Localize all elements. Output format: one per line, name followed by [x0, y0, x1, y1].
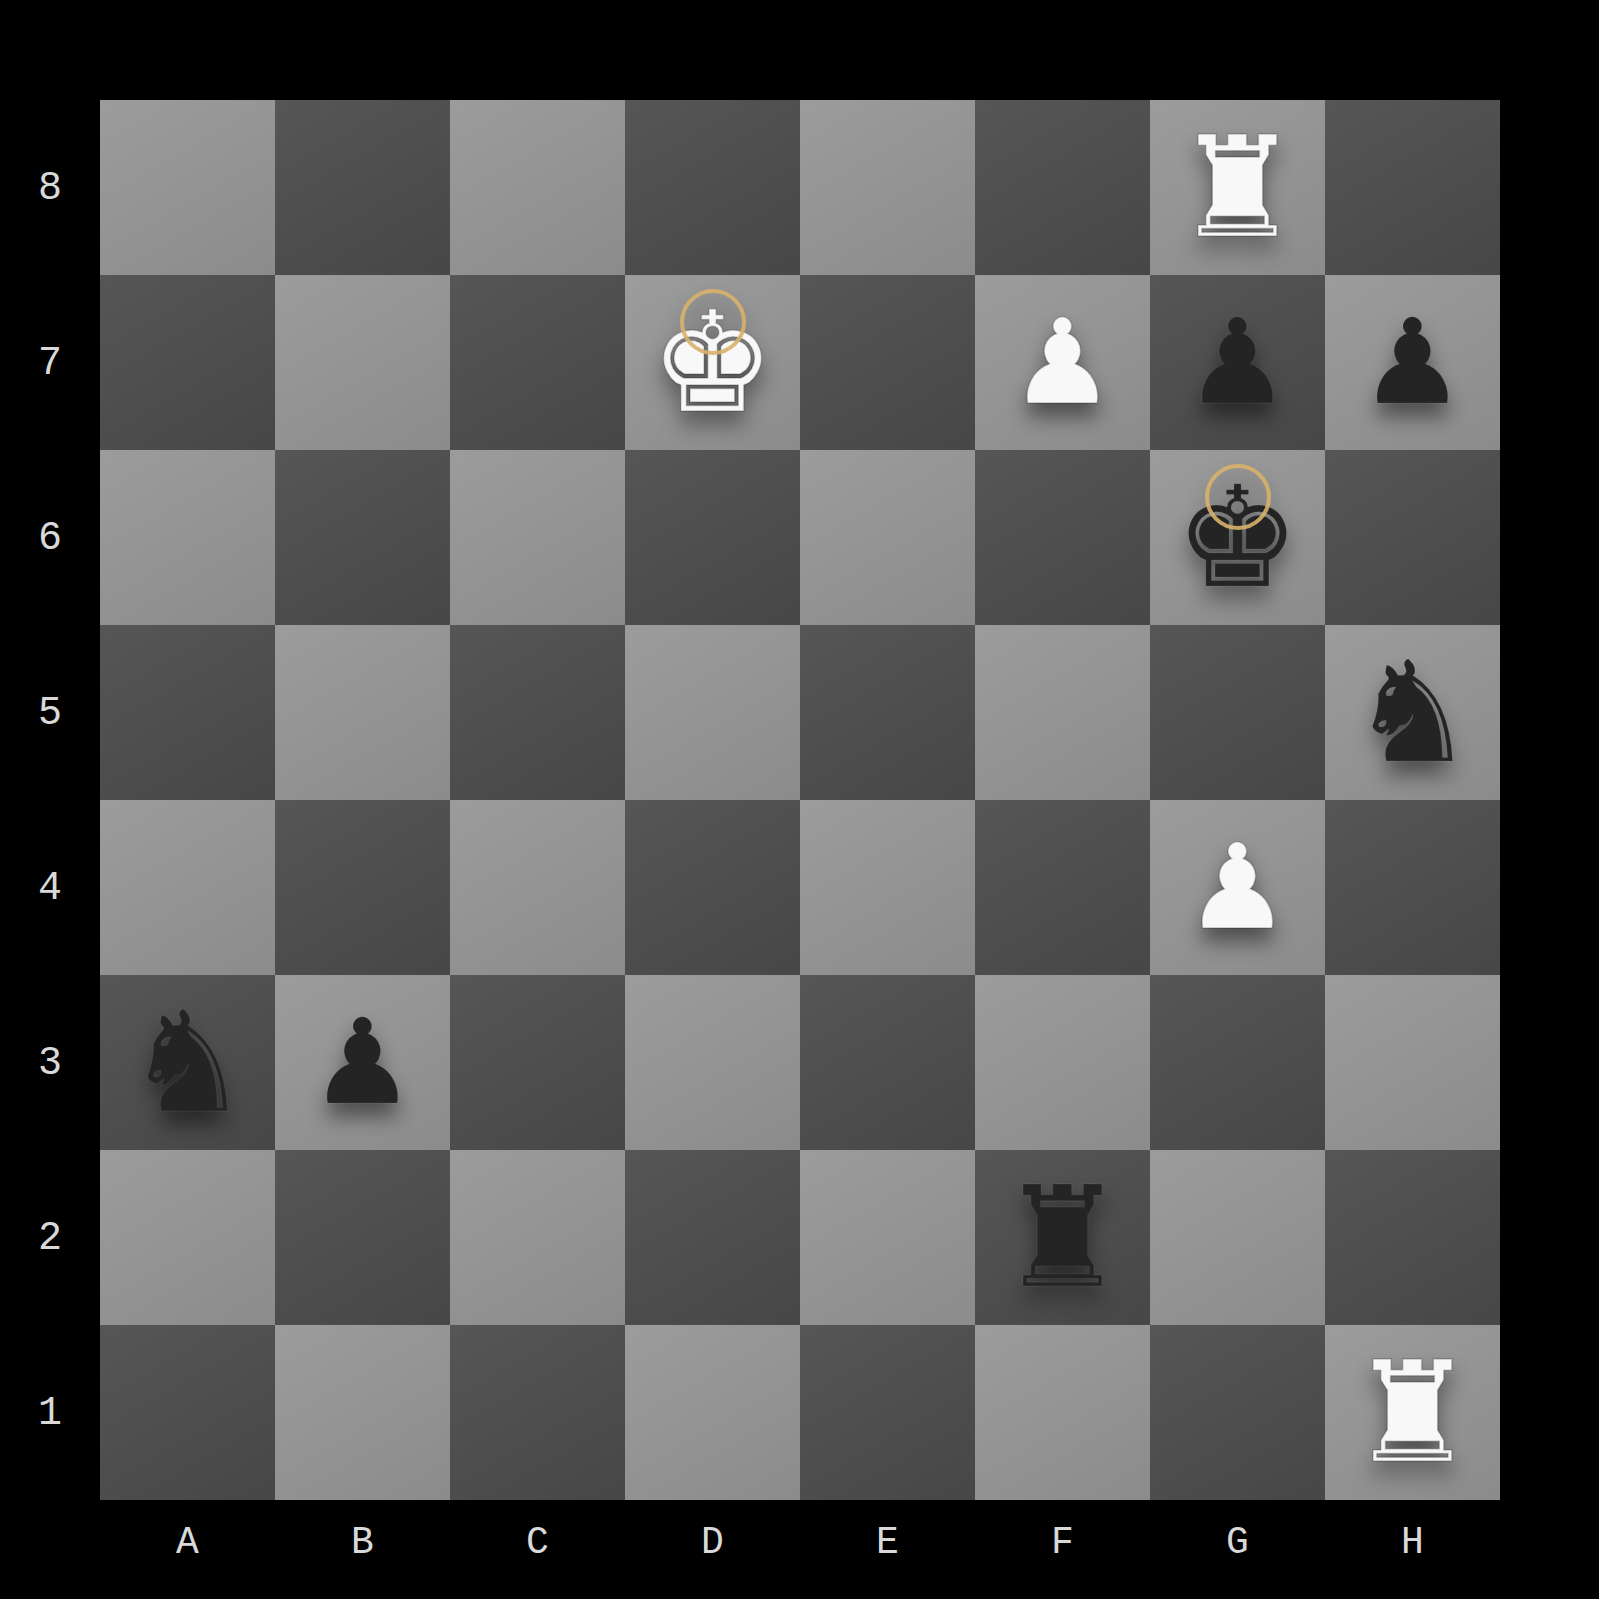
square-a4[interactable] [100, 800, 275, 975]
square-c8[interactable] [450, 100, 625, 275]
square-d6[interactable] [625, 450, 800, 625]
rank-label-2: 2 [0, 1215, 100, 1260]
piece-black-king-g6[interactable]: ♚ [1150, 450, 1325, 625]
square-h8[interactable] [1325, 100, 1500, 275]
file-label-d: D [625, 1521, 800, 1564]
rank-label-8: 8 [0, 165, 100, 210]
square-b6[interactable] [275, 450, 450, 625]
square-h4[interactable] [1325, 800, 1500, 975]
square-e5[interactable] [800, 625, 975, 800]
square-h6[interactable] [1325, 450, 1500, 625]
rank-label-1: 1 [0, 1390, 100, 1435]
square-h5[interactable]: ♞ [1325, 625, 1500, 800]
chess-app-canvas: ♜♚♟♟♟♚♞♟♞♟♜♜ 87654321 ABCDEFGH [0, 0, 1599, 1599]
square-d4[interactable] [625, 800, 800, 975]
square-g3[interactable] [1150, 975, 1325, 1150]
piece-white-king-d7[interactable]: ♚ [625, 275, 800, 450]
square-g7[interactable]: ♟ [1150, 275, 1325, 450]
square-e1[interactable] [800, 1325, 975, 1500]
square-g1[interactable] [1150, 1325, 1325, 1500]
square-e3[interactable] [800, 975, 975, 1150]
rank-label-6: 6 [0, 515, 100, 560]
square-f1[interactable] [975, 1325, 1150, 1500]
square-c4[interactable] [450, 800, 625, 975]
square-c7[interactable] [450, 275, 625, 450]
piece-white-pawn-f7[interactable]: ♟ [975, 275, 1150, 450]
square-g4[interactable]: ♟ [1150, 800, 1325, 975]
square-g6[interactable]: ♚ [1150, 450, 1325, 625]
piece-white-pawn-g4[interactable]: ♟ [1150, 800, 1325, 975]
square-c3[interactable] [450, 975, 625, 1150]
piece-white-rook-g8[interactable]: ♜ [1150, 100, 1325, 275]
square-a7[interactable] [100, 275, 275, 450]
square-d3[interactable] [625, 975, 800, 1150]
square-h1[interactable]: ♜ [1325, 1325, 1500, 1500]
square-a3[interactable]: ♞ [100, 975, 275, 1150]
file-label-c: C [450, 1521, 625, 1564]
square-a1[interactable] [100, 1325, 275, 1500]
square-a8[interactable] [100, 100, 275, 275]
rank-label-4: 4 [0, 865, 100, 910]
square-a6[interactable] [100, 450, 275, 625]
square-b7[interactable] [275, 275, 450, 450]
piece-black-knight-a3[interactable]: ♞ [100, 975, 275, 1150]
piece-black-rook-f2[interactable]: ♜ [975, 1150, 1150, 1325]
square-a5[interactable] [100, 625, 275, 800]
piece-white-rook-h1[interactable]: ♜ [1325, 1325, 1500, 1500]
square-b8[interactable] [275, 100, 450, 275]
square-f4[interactable] [975, 800, 1150, 975]
file-label-e: E [800, 1521, 975, 1564]
file-label-g: G [1150, 1521, 1325, 1564]
square-a2[interactable] [100, 1150, 275, 1325]
square-b5[interactable] [275, 625, 450, 800]
square-d5[interactable] [625, 625, 800, 800]
rank-label-7: 7 [0, 340, 100, 385]
square-f5[interactable] [975, 625, 1150, 800]
rank-label-5: 5 [0, 690, 100, 735]
square-f7[interactable]: ♟ [975, 275, 1150, 450]
square-d2[interactable] [625, 1150, 800, 1325]
square-f2[interactable]: ♜ [975, 1150, 1150, 1325]
square-f3[interactable] [975, 975, 1150, 1150]
rank-label-3: 3 [0, 1040, 100, 1085]
square-b3[interactable]: ♟ [275, 975, 450, 1150]
square-f8[interactable] [975, 100, 1150, 275]
square-c1[interactable] [450, 1325, 625, 1500]
square-d8[interactable] [625, 100, 800, 275]
square-g5[interactable] [1150, 625, 1325, 800]
square-b2[interactable] [275, 1150, 450, 1325]
piece-black-pawn-b3[interactable]: ♟ [275, 975, 450, 1150]
square-h2[interactable] [1325, 1150, 1500, 1325]
square-h3[interactable] [1325, 975, 1500, 1150]
square-g2[interactable] [1150, 1150, 1325, 1325]
square-b1[interactable] [275, 1325, 450, 1500]
square-e4[interactable] [800, 800, 975, 975]
file-label-b: B [275, 1521, 450, 1564]
square-h7[interactable]: ♟ [1325, 275, 1500, 450]
file-label-h: H [1325, 1521, 1500, 1564]
square-d7[interactable]: ♚ [625, 275, 800, 450]
square-c6[interactable] [450, 450, 625, 625]
square-d1[interactable] [625, 1325, 800, 1500]
square-e6[interactable] [800, 450, 975, 625]
chess-board: ♜♚♟♟♟♚♞♟♞♟♜♜ [100, 100, 1500, 1500]
square-c5[interactable] [450, 625, 625, 800]
file-label-f: F [975, 1521, 1150, 1564]
piece-black-pawn-g7[interactable]: ♟ [1150, 275, 1325, 450]
square-g8[interactable]: ♜ [1150, 100, 1325, 275]
square-e2[interactable] [800, 1150, 975, 1325]
file-label-a: A [100, 1521, 275, 1564]
square-b4[interactable] [275, 800, 450, 975]
square-e8[interactable] [800, 100, 975, 275]
square-e7[interactable] [800, 275, 975, 450]
square-c2[interactable] [450, 1150, 625, 1325]
piece-black-pawn-h7[interactable]: ♟ [1325, 275, 1500, 450]
piece-black-knight-h5[interactable]: ♞ [1325, 625, 1500, 800]
square-f6[interactable] [975, 450, 1150, 625]
